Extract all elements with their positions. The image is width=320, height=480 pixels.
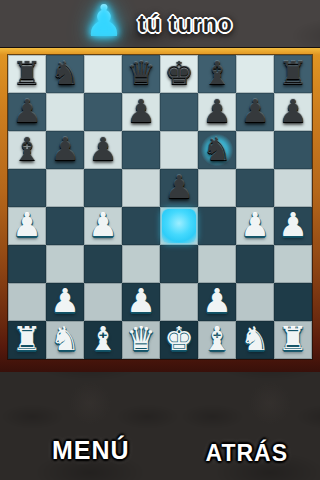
square-d6[interactable]	[122, 131, 160, 169]
square-d7[interactable]: ♟	[122, 93, 160, 131]
square-e7[interactable]	[160, 93, 198, 131]
piece-black-pawn: ♟	[274, 93, 312, 131]
square-c4[interactable]: ♟	[84, 207, 122, 245]
back-button[interactable]: ATRÁS	[205, 440, 288, 467]
piece-black-bishop: ♝	[198, 55, 236, 93]
piece-black-pawn: ♟	[46, 131, 84, 169]
piece-white-pawn: ♟	[46, 283, 84, 321]
turn-header: ♟ tú turno	[0, 0, 320, 47]
square-d8[interactable]: ♛	[122, 55, 160, 93]
square-f4[interactable]	[198, 207, 236, 245]
square-d4[interactable]	[122, 207, 160, 245]
square-a7[interactable]: ♟	[8, 93, 46, 131]
piece-white-pawn: ♟	[8, 207, 46, 245]
board-frame: ♜♞♛♚♝♜♟♟♟♟♟♝♟♟♞♟♟♟♟♟♟♟♟♜♞♝♛♚♝♞♜	[0, 47, 320, 372]
square-e5[interactable]: ♟	[160, 169, 198, 207]
square-b8[interactable]: ♞	[46, 55, 84, 93]
square-c8[interactable]	[84, 55, 122, 93]
piece-white-queen: ♛	[122, 321, 160, 359]
square-h3[interactable]	[274, 245, 312, 283]
square-f7[interactable]: ♟	[198, 93, 236, 131]
piece-white-king: ♚	[160, 321, 198, 359]
square-f1[interactable]: ♝	[198, 321, 236, 359]
square-b5[interactable]	[46, 169, 84, 207]
square-a2[interactable]	[8, 283, 46, 321]
piece-white-pawn: ♟	[84, 207, 122, 245]
piece-black-pawn: ♟	[84, 131, 122, 169]
piece-white-rook: ♜	[274, 321, 312, 359]
piece-black-pawn: ♟	[8, 93, 46, 131]
square-a8[interactable]: ♜	[8, 55, 46, 93]
square-e6[interactable]	[160, 131, 198, 169]
square-g4[interactable]: ♟	[236, 207, 274, 245]
highlight-square	[162, 209, 196, 243]
square-d5[interactable]	[122, 169, 160, 207]
square-d1[interactable]: ♛	[122, 321, 160, 359]
piece-white-rook: ♜	[8, 321, 46, 359]
square-a5[interactable]	[8, 169, 46, 207]
square-b2[interactable]: ♟	[46, 283, 84, 321]
piece-black-king: ♚	[160, 55, 198, 93]
square-a1[interactable]: ♜	[8, 321, 46, 359]
square-c6[interactable]: ♟	[84, 131, 122, 169]
square-d3[interactable]	[122, 245, 160, 283]
piece-black-pawn: ♟	[160, 169, 198, 207]
chess-board: ♜♞♛♚♝♜♟♟♟♟♟♝♟♟♞♟♟♟♟♟♟♟♟♜♞♝♛♚♝♞♜	[8, 55, 312, 359]
piece-black-pawn: ♟	[236, 93, 274, 131]
square-c3[interactable]	[84, 245, 122, 283]
square-f2[interactable]: ♟	[198, 283, 236, 321]
square-h2[interactable]	[274, 283, 312, 321]
white-pawn-turn-icon: ♟	[84, 0, 124, 48]
square-h8[interactable]: ♜	[274, 55, 312, 93]
square-h7[interactable]: ♟	[274, 93, 312, 131]
piece-black-pawn: ♟	[198, 93, 236, 131]
square-c5[interactable]	[84, 169, 122, 207]
piece-white-pawn: ♟	[198, 283, 236, 321]
square-h1[interactable]: ♜	[274, 321, 312, 359]
square-c1[interactable]: ♝	[84, 321, 122, 359]
square-h4[interactable]: ♟	[274, 207, 312, 245]
piece-white-pawn: ♟	[122, 283, 160, 321]
square-g8[interactable]	[236, 55, 274, 93]
piece-white-bishop: ♝	[198, 321, 236, 359]
square-e2[interactable]	[160, 283, 198, 321]
square-b4[interactable]	[46, 207, 84, 245]
piece-white-knight: ♞	[46, 321, 84, 359]
piece-white-pawn: ♟	[236, 207, 274, 245]
menu-button[interactable]: MENÚ	[52, 436, 130, 465]
square-g6[interactable]	[236, 131, 274, 169]
square-c7[interactable]	[84, 93, 122, 131]
turn-label: tú turno	[138, 11, 298, 38]
square-e3[interactable]	[160, 245, 198, 283]
piece-white-pawn: ♟	[274, 207, 312, 245]
square-h6[interactable]	[274, 131, 312, 169]
piece-white-knight: ♞	[236, 321, 274, 359]
piece-white-bishop: ♝	[84, 321, 122, 359]
piece-black-bishop: ♝	[8, 131, 46, 169]
square-b1[interactable]: ♞	[46, 321, 84, 359]
square-f8[interactable]: ♝	[198, 55, 236, 93]
last-move-glow	[201, 134, 233, 166]
square-d2[interactable]: ♟	[122, 283, 160, 321]
square-e1[interactable]: ♚	[160, 321, 198, 359]
piece-black-knight: ♞	[46, 55, 84, 93]
piece-black-queen: ♛	[122, 55, 160, 93]
square-b7[interactable]	[46, 93, 84, 131]
square-f3[interactable]	[198, 245, 236, 283]
square-a6[interactable]: ♝	[8, 131, 46, 169]
square-g7[interactable]: ♟	[236, 93, 274, 131]
square-f6[interactable]: ♞	[198, 131, 236, 169]
square-h5[interactable]	[274, 169, 312, 207]
square-b6[interactable]: ♟	[46, 131, 84, 169]
square-a3[interactable]	[8, 245, 46, 283]
piece-black-rook: ♜	[274, 55, 312, 93]
square-e8[interactable]: ♚	[160, 55, 198, 93]
square-a4[interactable]: ♟	[8, 207, 46, 245]
square-c2[interactable]	[84, 283, 122, 321]
square-f5[interactable]	[198, 169, 236, 207]
square-e4[interactable]	[160, 207, 198, 245]
square-b3[interactable]	[46, 245, 84, 283]
piece-black-rook: ♜	[8, 55, 46, 93]
square-g1[interactable]: ♞	[236, 321, 274, 359]
square-g5[interactable]	[236, 169, 274, 207]
square-g3[interactable]	[236, 245, 274, 283]
piece-black-pawn: ♟	[122, 93, 160, 131]
square-g2[interactable]	[236, 283, 274, 321]
